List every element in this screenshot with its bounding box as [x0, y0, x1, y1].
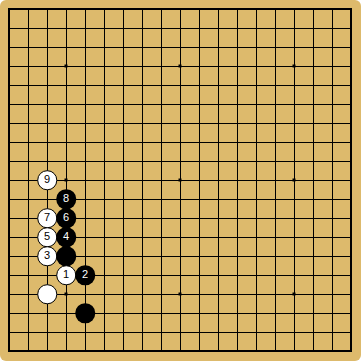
go-board: 987654312 — [0, 0, 361, 361]
star-point — [65, 293, 68, 296]
star-point — [179, 179, 182, 182]
move-number-label: 7 — [44, 213, 50, 224]
star-point — [179, 65, 182, 68]
star-point — [65, 179, 68, 182]
stone-white-c8-move-7: 7 — [37, 208, 57, 228]
move-number-label: 1 — [63, 270, 69, 281]
stone-white-c10-move-9: 9 — [37, 170, 57, 190]
move-number-label: 8 — [63, 194, 69, 205]
stone-black-d9-move-8: 8 — [56, 189, 76, 209]
move-number-label: 5 — [44, 232, 50, 243]
move-number-label: 3 — [44, 251, 50, 262]
star-point — [293, 65, 296, 68]
stone-white-c7-move-5: 5 — [37, 227, 57, 247]
stone-white-c4 — [37, 284, 57, 304]
stone-black-d7-move-4: 4 — [56, 227, 76, 247]
move-number-label: 4 — [63, 232, 69, 243]
stone-black-d8-move-6: 6 — [56, 208, 76, 228]
move-number-label: 2 — [82, 270, 88, 281]
star-point — [65, 65, 68, 68]
stone-black-e3 — [75, 303, 95, 323]
star-point — [293, 293, 296, 296]
star-point — [293, 179, 296, 182]
stone-white-c6-move-3: 3 — [37, 246, 57, 266]
stone-black-d6 — [56, 246, 76, 266]
star-point — [179, 293, 182, 296]
stone-white-d5-move-1: 1 — [56, 265, 76, 285]
stone-black-e5-move-2: 2 — [75, 265, 95, 285]
move-number-label: 6 — [63, 213, 69, 224]
move-number-label: 9 — [44, 175, 50, 186]
